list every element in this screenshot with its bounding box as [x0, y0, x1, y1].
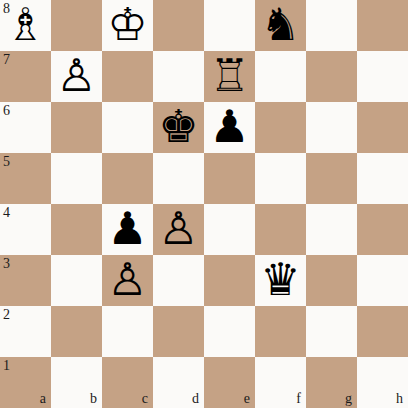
piece-white-bishop[interactable]: ♗ — [5, 0, 45, 50]
square-f8[interactable]: ♞ — [255, 0, 306, 51]
square-e5[interactable] — [204, 153, 255, 204]
square-h5[interactable] — [357, 153, 408, 204]
square-b5[interactable] — [51, 153, 102, 204]
square-c6[interactable] — [102, 102, 153, 153]
square-a3[interactable]: 3 — [0, 255, 51, 306]
square-g1[interactable]: g — [306, 357, 357, 408]
square-e4[interactable] — [204, 204, 255, 255]
file-label-a: a — [40, 392, 46, 406]
square-h6[interactable] — [357, 102, 408, 153]
file-label-g: g — [345, 392, 352, 406]
square-h2[interactable] — [357, 306, 408, 357]
piece-black-pawn[interactable]: ♟ — [107, 203, 147, 254]
square-h4[interactable] — [357, 204, 408, 255]
rank-label-1: 1 — [3, 359, 10, 373]
square-f4[interactable] — [255, 204, 306, 255]
piece-black-knight[interactable]: ♞ — [260, 0, 300, 50]
square-e2[interactable] — [204, 306, 255, 357]
square-d4[interactable]: ♙ — [153, 204, 204, 255]
square-c2[interactable] — [102, 306, 153, 357]
square-g5[interactable] — [306, 153, 357, 204]
piece-white-king[interactable]: ♔ — [107, 0, 147, 50]
square-c3[interactable]: ♙ — [102, 255, 153, 306]
square-d6[interactable]: ♚ — [153, 102, 204, 153]
square-a6[interactable]: 6 — [0, 102, 51, 153]
square-d8[interactable] — [153, 0, 204, 51]
piece-black-pawn[interactable]: ♟ — [209, 101, 249, 152]
square-b2[interactable] — [51, 306, 102, 357]
piece-white-rook[interactable]: ♖ — [209, 50, 249, 101]
square-e6[interactable]: ♟ — [204, 102, 255, 153]
rank-label-7: 7 — [3, 53, 10, 67]
file-label-b: b — [90, 392, 97, 406]
square-f2[interactable] — [255, 306, 306, 357]
square-d3[interactable] — [153, 255, 204, 306]
square-g7[interactable] — [306, 51, 357, 102]
file-label-h: h — [396, 392, 403, 406]
square-f7[interactable] — [255, 51, 306, 102]
square-a2[interactable]: 2 — [0, 306, 51, 357]
piece-black-king[interactable]: ♚ — [158, 101, 198, 152]
rank-label-5: 5 — [3, 155, 10, 169]
square-e8[interactable] — [204, 0, 255, 51]
square-e7[interactable]: ♖ — [204, 51, 255, 102]
square-h8[interactable] — [357, 0, 408, 51]
rank-label-6: 6 — [3, 104, 10, 118]
file-label-d: d — [192, 392, 199, 406]
square-a7[interactable]: 7 — [0, 51, 51, 102]
square-c7[interactable] — [102, 51, 153, 102]
square-b4[interactable] — [51, 204, 102, 255]
square-a8[interactable]: 8♗ — [0, 0, 51, 51]
piece-white-pawn[interactable]: ♙ — [56, 50, 96, 101]
square-g8[interactable] — [306, 0, 357, 51]
square-g3[interactable] — [306, 255, 357, 306]
chess-board-container: 8♗♔♞7♙♖6♚♟54♟♙3♙♛21abcdefgh — [0, 0, 408, 408]
file-label-e: e — [244, 392, 250, 406]
file-label-f: f — [296, 392, 301, 406]
square-b1[interactable]: b — [51, 357, 102, 408]
square-c1[interactable]: c — [102, 357, 153, 408]
square-d5[interactable] — [153, 153, 204, 204]
rank-label-3: 3 — [3, 257, 10, 271]
file-label-c: c — [142, 392, 148, 406]
piece-white-pawn[interactable]: ♙ — [107, 254, 147, 305]
square-h1[interactable]: h — [357, 357, 408, 408]
square-c8[interactable]: ♔ — [102, 0, 153, 51]
rank-label-4: 4 — [3, 206, 10, 220]
chess-board: 8♗♔♞7♙♖6♚♟54♟♙3♙♛21abcdefgh — [0, 0, 408, 408]
square-d7[interactable] — [153, 51, 204, 102]
square-b7[interactable]: ♙ — [51, 51, 102, 102]
square-d2[interactable] — [153, 306, 204, 357]
square-g6[interactable] — [306, 102, 357, 153]
square-a1[interactable]: 1a — [0, 357, 51, 408]
square-h7[interactable] — [357, 51, 408, 102]
square-f6[interactable] — [255, 102, 306, 153]
square-e3[interactable] — [204, 255, 255, 306]
square-f1[interactable]: f — [255, 357, 306, 408]
square-b3[interactable] — [51, 255, 102, 306]
square-h3[interactable] — [357, 255, 408, 306]
piece-white-pawn[interactable]: ♙ — [158, 203, 198, 254]
square-f5[interactable] — [255, 153, 306, 204]
piece-black-queen[interactable]: ♛ — [260, 254, 300, 305]
rank-label-2: 2 — [3, 308, 10, 322]
square-b8[interactable] — [51, 0, 102, 51]
square-a4[interactable]: 4 — [0, 204, 51, 255]
square-e1[interactable]: e — [204, 357, 255, 408]
square-g4[interactable] — [306, 204, 357, 255]
square-g2[interactable] — [306, 306, 357, 357]
square-d1[interactable]: d — [153, 357, 204, 408]
square-a5[interactable]: 5 — [0, 153, 51, 204]
square-c5[interactable] — [102, 153, 153, 204]
square-c4[interactable]: ♟ — [102, 204, 153, 255]
square-b6[interactable] — [51, 102, 102, 153]
square-f3[interactable]: ♛ — [255, 255, 306, 306]
